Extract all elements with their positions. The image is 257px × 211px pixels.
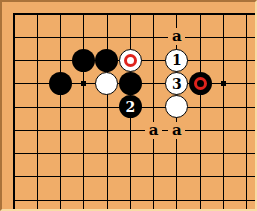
- board-intersection: [72, 189, 95, 211]
- board-intersection: [25, 2, 48, 25]
- board-intersection: [119, 142, 142, 165]
- black-stone: [49, 72, 72, 95]
- board-intersection: [189, 142, 212, 165]
- board-intersection: [72, 95, 95, 118]
- board-intersection: [142, 142, 165, 165]
- board-intersection: [142, 189, 165, 211]
- board-intersection: [212, 95, 235, 118]
- board-intersection: [49, 25, 72, 48]
- board-intersection: [235, 119, 257, 142]
- board-intersection: [49, 49, 72, 72]
- board-intersection: [212, 2, 235, 25]
- board-intersection: [25, 95, 48, 118]
- white-stone-circled: [119, 49, 142, 72]
- board-intersection: [235, 142, 257, 165]
- board-intersection: [189, 189, 212, 211]
- board-intersection: [2, 2, 25, 25]
- board-intersection: [119, 119, 142, 142]
- board-intersection: [119, 189, 142, 211]
- circle-marker-icon: [194, 77, 207, 90]
- board-intersection: [72, 25, 95, 48]
- star-point: [81, 81, 86, 86]
- board-intersection: [25, 25, 48, 48]
- point-label: a: [168, 28, 185, 45]
- board-intersection: [212, 25, 235, 48]
- board-intersection: [95, 142, 118, 165]
- board-intersection: [189, 49, 212, 72]
- board-intersection: [142, 2, 165, 25]
- board-intersection: [2, 142, 25, 165]
- board-intersection: [235, 95, 257, 118]
- board-intersection: [49, 142, 72, 165]
- board-intersection: [189, 95, 212, 118]
- board-intersection: [142, 72, 165, 95]
- point-label: a: [168, 122, 185, 139]
- point-label: a: [145, 122, 162, 139]
- board-intersection: [72, 165, 95, 188]
- board-intersection: [49, 119, 72, 142]
- board-intersection: [2, 189, 25, 211]
- black-stone-circled: [189, 72, 212, 95]
- board-intersection: [212, 49, 235, 72]
- board-intersection: [49, 2, 72, 25]
- board-intersection: [119, 2, 142, 25]
- board-intersection: [49, 189, 72, 211]
- board-intersection: [95, 25, 118, 48]
- board-intersection: [189, 2, 212, 25]
- board-intersection: [212, 119, 235, 142]
- board-intersection: [95, 165, 118, 188]
- go-board: aaa132: [2, 2, 257, 211]
- black-stone: [119, 72, 142, 95]
- board-intersection: [2, 95, 25, 118]
- board-intersection: [2, 49, 25, 72]
- circle-marker-icon: [124, 54, 137, 67]
- board-intersection: [235, 2, 257, 25]
- board-intersection: [189, 165, 212, 188]
- board-intersection: [165, 165, 188, 188]
- move-number: 3: [172, 77, 182, 91]
- board-intersection: [25, 165, 48, 188]
- board-intersection: [95, 119, 118, 142]
- board-intersection: [142, 165, 165, 188]
- board-intersection: [235, 189, 257, 211]
- board-intersection: [212, 142, 235, 165]
- board-intersection: [95, 95, 118, 118]
- move-number: 2: [125, 100, 135, 114]
- board-intersection: [49, 95, 72, 118]
- board-intersection: [119, 25, 142, 48]
- board-intersection: [2, 25, 25, 48]
- board-intersection: [235, 165, 257, 188]
- board-intersection: [95, 189, 118, 211]
- board-intersection: [212, 165, 235, 188]
- board-intersection: [49, 165, 72, 188]
- black-stone: [72, 49, 95, 72]
- go-diagram: aaa132: [0, 0, 257, 211]
- board-intersection: [2, 119, 25, 142]
- board-intersection: [165, 142, 188, 165]
- board-intersection: [2, 165, 25, 188]
- board-intersection: [72, 2, 95, 25]
- board-intersection: [212, 189, 235, 211]
- board-intersection: [2, 72, 25, 95]
- board-intersection: [95, 2, 118, 25]
- board-intersection: [25, 119, 48, 142]
- board-intersection: [189, 119, 212, 142]
- board-intersection: [72, 142, 95, 165]
- board-intersection: [25, 72, 48, 95]
- star-point: [221, 81, 226, 86]
- board-intersection: [165, 189, 188, 211]
- board-intersection: [142, 25, 165, 48]
- board-intersection: [165, 2, 188, 25]
- board-intersection: [72, 119, 95, 142]
- board-intersection: [119, 165, 142, 188]
- board-intersection: [235, 72, 257, 95]
- board-intersection: [189, 25, 212, 48]
- board-intersection: [235, 25, 257, 48]
- board-intersection: [142, 95, 165, 118]
- board-intersection: [25, 189, 48, 211]
- board-intersection: [235, 49, 257, 72]
- board-intersection: [25, 49, 48, 72]
- board-intersection: [25, 142, 48, 165]
- move-number: 1: [172, 53, 182, 67]
- board-intersection: [142, 49, 165, 72]
